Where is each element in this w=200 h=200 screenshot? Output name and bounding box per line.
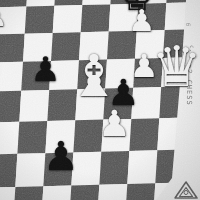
pieces-layer: ♚♟♟♟♟♛♝♟♟♟ — [0, 0, 200, 200]
piece-white-pawn-e3: ♟ — [93, 106, 136, 142]
piece-black-pawn-f4: ♟ — [102, 75, 145, 111]
piece-white-pawn-g5: ♟ — [125, 50, 163, 82]
piece-white-pawn-g6: ♟ — [124, 6, 160, 36]
piece-white-pawn-b6: ♟ — [0, 4, 11, 30]
piece-black-pawn-d2: ♟ — [37, 136, 85, 176]
piece-white-queen-h5: ♛ — [143, 39, 200, 95]
chessboard-photo: n2 CHESS 6 c. ♚♟♟♟♟♛♝♟♟♟ — [0, 0, 200, 200]
piece-black-king-g7: ♚ — [114, 0, 160, 16]
piece-black-pawn-c5: ♟ — [25, 52, 66, 86]
piece-white-bishop-e4: ♝ — [59, 47, 129, 105]
